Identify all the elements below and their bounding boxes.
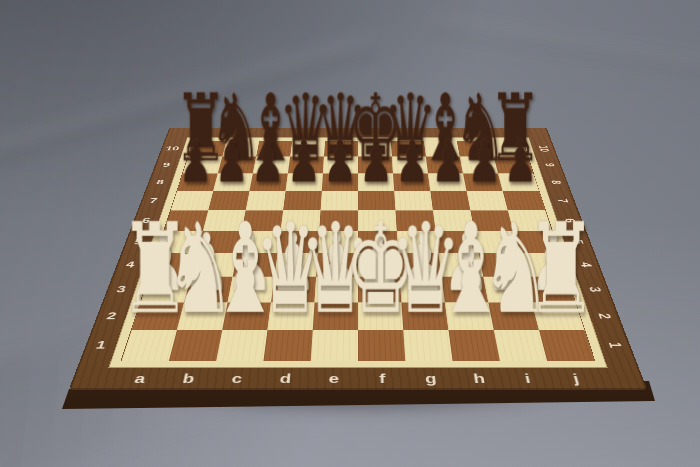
square-f4 (358, 253, 400, 277)
square-d8: ♟ (286, 173, 323, 191)
file-label-i-bottom: i (523, 371, 532, 386)
square-b3: ♟ (184, 277, 232, 303)
square-c8: ♟ (249, 173, 288, 191)
rank-label-3-left: 3 (115, 284, 128, 295)
square-f7 (358, 191, 395, 210)
rank-label-2-right: 2 (594, 313, 615, 319)
square-g2: ♛ (401, 302, 448, 330)
rank-label-1-left: 1 (94, 339, 108, 352)
square-b8: ♟ (213, 173, 253, 191)
file-label-b-bottom: b (181, 371, 196, 386)
square-c7 (246, 191, 286, 210)
square-g8: ♟ (393, 173, 430, 191)
square-e2: ♛ (313, 302, 358, 330)
square-a4 (149, 253, 197, 277)
square-i2: ♞ (488, 302, 539, 330)
square-j4 (519, 253, 567, 277)
square-e10 (324, 141, 358, 157)
board-inner-margin: ♜♞♝♛♛♚♛♝♞♜♟♟♟♟♟♟♟♟♟♟♟♟♟♟♟♟♟♟♟♟♜♞♝♛♛♚♛♝♞♜ (108, 137, 607, 368)
rank-label-6-left: 6 (141, 216, 152, 225)
square-e5 (318, 231, 358, 253)
square-d3: ♟ (271, 277, 316, 303)
square-j8: ♟ (498, 173, 539, 191)
square-d7 (283, 191, 322, 210)
square-d9: ♛ (288, 157, 324, 174)
square-h6 (433, 210, 474, 231)
square-b9: ♞ (218, 157, 256, 174)
square-g6 (395, 210, 435, 231)
square-d10 (290, 141, 325, 157)
rank-label-8-right: 8 (548, 180, 564, 184)
file-label-g-bottom: g (424, 371, 437, 386)
square-a6 (164, 210, 208, 231)
square-g3: ♟ (400, 277, 445, 303)
square-i6 (470, 210, 513, 231)
rank-label-1-right: 1 (604, 342, 626, 348)
square-b6 (203, 210, 246, 231)
square-h2: ♝ (445, 302, 494, 330)
rank-label-5-right: 5 (568, 240, 586, 244)
square-g4 (398, 253, 441, 277)
square-a1 (122, 330, 177, 360)
square-i4 (479, 253, 525, 277)
board-squares-grid: ♜♞♝♛♛♚♛♝♞♜♟♟♟♟♟♟♟♟♟♟♟♟♟♟♟♟♟♟♟♟♜♞♝♛♛♚♛♝♞♜ (121, 141, 596, 362)
file-label-f-bottom: f (379, 371, 386, 386)
file-label-h-bottom: h (472, 371, 486, 386)
square-f8: ♟ (358, 173, 394, 191)
square-d6 (280, 210, 320, 231)
square-a8: ♟ (177, 173, 218, 191)
square-b4 (191, 253, 237, 277)
square-i10 (457, 141, 494, 157)
square-f3: ♟ (358, 277, 401, 303)
square-a7 (171, 191, 213, 210)
rank-label-4-left: 4 (124, 260, 136, 270)
square-j1 (539, 330, 594, 360)
square-g5 (397, 231, 439, 253)
rank-label-3-right: 3 (585, 287, 605, 292)
square-i5 (474, 231, 519, 253)
square-a10 (188, 141, 226, 157)
square-f5 (358, 231, 398, 253)
square-e8: ♟ (322, 173, 358, 191)
chessboard: ♜♞♝♛♛♚♛♝♞♜♟♟♟♟♟♟♟♟♟♟♟♟♟♟♟♟♟♟♟♟♜♞♝♛♛♚♛♝♞♜… (69, 128, 647, 390)
square-b7 (208, 191, 249, 210)
square-f1 (358, 330, 405, 360)
square-b2: ♞ (177, 302, 228, 330)
square-h5 (436, 231, 479, 253)
file-label-a-bottom: a (133, 371, 148, 386)
piece-black-rook-j9: ♜ (488, 84, 542, 172)
rank-label-6-right: 6 (561, 218, 579, 222)
square-a5 (157, 231, 203, 253)
square-j10 (490, 141, 528, 157)
square-i1 (494, 330, 547, 360)
rank-label-5-left: 5 (133, 237, 144, 246)
square-b10 (222, 141, 259, 157)
square-h10 (424, 141, 460, 157)
square-d4 (274, 253, 317, 277)
square-c6 (242, 210, 283, 231)
square-e7 (321, 191, 358, 210)
square-e3: ♟ (315, 277, 358, 303)
rank-label-7-right: 7 (554, 199, 571, 203)
square-g1 (403, 330, 452, 360)
square-h3: ♟ (442, 277, 489, 303)
square-i9: ♞ (460, 157, 498, 174)
square-j9: ♜ (494, 157, 533, 174)
square-f10 (358, 141, 392, 157)
square-f2: ♚ (358, 302, 403, 330)
square-b1 (169, 330, 222, 360)
square-g10 (391, 141, 426, 157)
square-c3: ♟ (228, 277, 275, 303)
square-h8: ♟ (428, 173, 467, 191)
square-a3: ♟ (141, 277, 191, 303)
square-h1 (449, 330, 500, 360)
square-j3: ♟ (525, 277, 575, 303)
square-f9: ♚ (358, 157, 393, 174)
rank-label-7-left: 7 (148, 197, 158, 205)
file-label-c-bottom: c (230, 371, 243, 386)
square-h4 (438, 253, 483, 277)
square-j7 (503, 191, 545, 210)
square-i8: ♟ (463, 173, 503, 191)
file-label-d-bottom: d (279, 371, 292, 386)
square-c9: ♝ (253, 157, 290, 174)
square-e4 (316, 253, 358, 277)
square-d5 (278, 231, 320, 253)
rank-label-10-right: 10 (536, 145, 552, 151)
square-e6 (319, 210, 358, 231)
square-j6 (508, 210, 552, 231)
square-j2: ♜ (532, 302, 585, 330)
rank-label-10-left: 10 (164, 145, 180, 152)
square-c10 (256, 141, 292, 157)
square-a2: ♜ (132, 302, 185, 330)
square-j5 (513, 231, 559, 253)
square-e9: ♛ (323, 157, 358, 174)
square-b5 (197, 231, 242, 253)
file-label-j-bottom: j (571, 371, 580, 386)
square-c2: ♝ (222, 302, 271, 330)
square-h7 (430, 191, 470, 210)
square-g7 (394, 191, 433, 210)
square-d1 (264, 330, 313, 360)
square-f6 (358, 210, 397, 231)
square-i7 (467, 191, 508, 210)
file-label-e-bottom: e (328, 371, 339, 386)
square-e1 (311, 330, 358, 360)
piece-black-rook-a9: ♜ (174, 84, 228, 172)
square-g9: ♛ (392, 157, 428, 174)
rank-label-4-right: 4 (576, 262, 595, 267)
square-i3: ♟ (483, 277, 531, 303)
square-c1 (216, 330, 267, 360)
square-d2: ♛ (267, 302, 314, 330)
square-c4 (233, 253, 278, 277)
rank-label-2-left: 2 (105, 310, 118, 322)
rank-label-8-left: 8 (155, 178, 165, 186)
rank-label-9-left: 9 (162, 161, 172, 168)
square-h9: ♝ (426, 157, 463, 174)
square-c5 (237, 231, 280, 253)
rank-label-9-right: 9 (542, 163, 558, 166)
square-a9: ♜ (183, 157, 222, 174)
